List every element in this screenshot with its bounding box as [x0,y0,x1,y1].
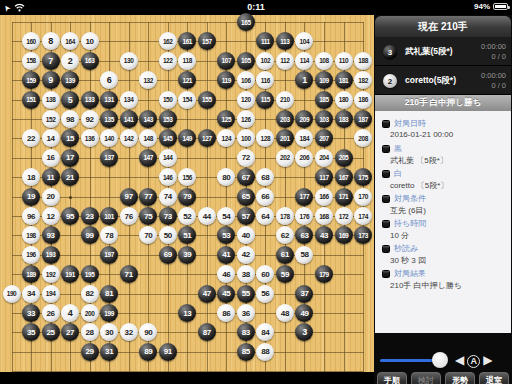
stone-black-135: 135 [100,110,118,128]
stone-white-104: 104 [295,32,313,50]
stone-white-62: 62 [276,226,294,244]
info-value: 30 秒 3 回 [375,255,511,267]
stone-black-157: 157 [198,32,216,50]
stone-white-16: 16 [42,149,60,167]
stone-white-44: 44 [198,207,216,225]
stone-black-197: 197 [100,246,118,264]
stone-black-101: 101 [100,207,118,225]
stone-black-205: 205 [335,149,353,167]
estimate-button[interactable]: 形勢 [445,372,475,384]
stone-white-38: 38 [237,265,255,283]
stone-black-69: 69 [159,246,177,264]
prev-move-button[interactable]: ◀ [455,352,464,368]
stone-white-112: 112 [276,52,294,70]
stone-white-36: 36 [237,304,255,322]
player-white-row: 2 coretto(5段*) 0:00:00 0 / 0 [375,66,511,95]
stone-black-67: 67 [237,168,255,186]
stone-white-90: 90 [139,323,157,341]
stone-black-21: 21 [61,168,79,186]
star-point [69,196,72,199]
status-bar: ➤ 0:11 94% [0,0,512,15]
stone-black-51: 51 [178,226,196,244]
stone-black-43: 43 [315,226,333,244]
stone-black-187: 187 [354,110,372,128]
go-board[interactable]: 1651608164101621611571111131041587216313… [0,15,374,372]
stone-white-200: 200 [81,304,99,322]
stone-white-70: 70 [139,226,157,244]
stone-black-63: 63 [295,226,313,244]
stone-white-164: 164 [61,32,79,50]
stone-white-196: 196 [22,246,40,264]
stone-black-87: 87 [198,323,216,341]
stone-white-88: 88 [256,343,274,361]
stone-white-210: 210 [276,91,294,109]
stone-black-177: 177 [295,188,313,206]
info-item-icon [382,170,390,178]
stone-white-150: 150 [159,91,177,109]
info-value: 210手 白中押し勝ち [375,280,511,292]
stone-black-193: 193 [42,246,60,264]
stone-white-148: 148 [139,129,157,147]
stone-white-146: 146 [159,168,177,186]
game-info-panel: 対局日時 2016-01-21 00:00 黒 武礼葉 〔5段*〕 白 core… [375,111,511,333]
stone-black-159: 159 [22,71,40,89]
info-value: coretto 〔5段*〕 [375,180,511,192]
stone-white-184: 184 [295,129,313,147]
stone-black-33: 33 [22,304,40,322]
stone-white-194: 194 [42,285,60,303]
info-label: 秒読み [394,243,418,254]
stone-black-147: 147 [139,149,157,167]
stone-white-40: 40 [237,226,255,244]
stone-black-95: 95 [61,207,79,225]
stone-black-49: 49 [295,304,313,322]
info-item-icon [382,195,390,203]
stone-black-153: 153 [159,110,177,128]
stone-white-170: 170 [354,188,372,206]
stone-black-203: 203 [276,110,294,128]
stone-white-50: 50 [159,226,177,244]
stone-white-172: 172 [335,207,353,225]
stone-white-160: 160 [22,32,40,50]
stone-black-11: 11 [42,168,60,186]
status-clock: 0:11 [0,2,512,12]
stone-black-145: 145 [159,129,177,147]
stone-black-207: 207 [315,129,333,147]
stone-white-72: 72 [237,149,255,167]
info-label: 黒 [394,143,402,154]
stone-black-15: 15 [61,129,79,147]
stone-black-175: 175 [354,168,372,186]
stone-white-128: 128 [256,129,274,147]
stone-white-92: 92 [81,110,99,128]
stone-black-65: 65 [237,188,255,206]
stone-white-60: 60 [256,265,274,283]
info-label: 白 [394,168,402,179]
stone-white-34: 34 [22,285,40,303]
stone-black-25: 25 [42,323,60,341]
info-value: 10 分 [375,230,511,242]
stone-black-97: 97 [120,188,138,206]
stone-black-7: 7 [42,52,60,70]
stone-white-158: 158 [22,52,40,70]
stone-black-143: 143 [139,110,157,128]
stone-black-113: 113 [276,32,294,50]
stone-white-180: 180 [335,91,353,109]
stone-black-171: 171 [335,188,353,206]
stone-white-122: 122 [159,52,177,70]
stone-white-182: 182 [354,71,372,89]
white-stone-badge: 2 [383,74,397,88]
stone-black-71: 71 [120,265,138,283]
stone-white-110: 110 [335,52,353,70]
stone-white-152: 152 [42,110,60,128]
stone-black-79: 79 [178,188,196,206]
stone-white-2: 2 [61,52,79,70]
info-label: 対局条件 [394,193,426,204]
player-black-row: 3 武礼葉(5段*) 0:00:00 0 / 0 [375,37,511,66]
leave-room-button[interactable]: 退室 [479,372,509,384]
stone-white-80: 80 [217,168,235,186]
info-value: 2016-01-21 00:00 [375,130,511,142]
info-value: 互先 (6目) [375,205,511,217]
stone-white-106: 106 [237,71,255,89]
stone-black-31: 31 [100,343,118,361]
review-button: 検討 [411,372,441,384]
stone-white-168: 168 [315,207,333,225]
stone-black-165: 165 [237,13,255,31]
stone-white-108: 108 [315,52,333,70]
stone-black-45: 45 [217,285,235,303]
stone-black-209: 209 [295,110,313,128]
stone-white-6: 6 [100,71,118,89]
stone-white-118: 118 [178,52,196,70]
stone-black-173: 173 [354,226,372,244]
stone-white-192: 192 [42,265,60,283]
stone-white-174: 174 [354,207,372,225]
stone-black-155: 155 [198,91,216,109]
stone-white-130: 130 [120,52,138,70]
info-value: 武礼葉 〔5段*〕 [375,155,511,167]
stone-black-9: 9 [42,71,60,89]
stone-black-1: 1 [295,71,313,89]
stone-black-81: 81 [100,285,118,303]
stone-white-132: 132 [139,71,157,89]
stone-white-32: 32 [120,323,138,341]
move-slider[interactable] [380,352,452,368]
stone-black-77: 77 [139,188,157,206]
stone-black-93: 93 [42,226,60,244]
stone-white-76: 76 [120,207,138,225]
stone-white-188: 188 [354,52,372,70]
info-item-icon [382,220,390,228]
stone-white-26: 26 [42,304,60,322]
stone-white-8: 8 [42,32,60,50]
player-panel: 3 武礼葉(5段*) 0:00:00 0 / 0 2 coretto(5段*) … [375,37,511,95]
stone-white-204: 204 [315,149,333,167]
stone-black-105: 105 [237,52,255,70]
stone-black-27: 27 [61,323,79,341]
stone-white-10: 10 [81,32,99,50]
stone-black-39: 39 [178,246,196,264]
black-player-name: 武礼葉(5段*) [405,46,453,58]
stone-white-66: 66 [256,188,274,206]
info-item-icon [382,145,390,153]
stone-white-4: 4 [61,304,79,322]
stone-white-120: 120 [237,91,255,109]
stone-black-121: 121 [178,71,196,89]
stone-black-5: 5 [61,91,79,109]
stone-black-167: 167 [335,168,353,186]
next-move-button[interactable]: ▶ [483,352,492,368]
stone-white-12: 12 [42,207,60,225]
stone-black-109: 109 [315,71,333,89]
stone-black-91: 91 [159,343,177,361]
grid-line-h [12,352,365,353]
stone-black-141: 141 [120,110,138,128]
bottom-button-bar: 手順 検討 形勢 退室 [374,372,512,384]
info-item-icon [382,270,390,278]
stone-white-102: 102 [256,52,274,70]
stone-white-46: 46 [217,265,235,283]
stone-black-107: 107 [217,52,235,70]
stone-black-131: 131 [100,91,118,109]
stone-white-98: 98 [61,110,79,128]
info-label: 対局日時 [394,118,426,129]
stone-white-142: 142 [120,129,138,147]
stone-white-176: 176 [295,207,313,225]
stone-white-14: 14 [42,129,60,147]
stone-black-17: 17 [61,149,79,167]
info-item-icon [382,245,390,253]
stone-white-22: 22 [22,129,40,147]
stone-black-85: 85 [237,343,255,361]
stone-white-154: 154 [178,91,196,109]
stone-white-86: 86 [217,304,235,322]
stone-black-185: 185 [315,91,333,109]
stone-white-134: 134 [120,91,138,109]
stone-white-166: 166 [315,188,333,206]
stone-black-103: 103 [315,110,333,128]
stone-black-139: 139 [61,71,79,89]
stone-black-199: 199 [100,304,118,322]
stone-white-124: 124 [217,129,235,147]
stone-black-61: 61 [276,246,294,264]
stone-black-151: 151 [22,91,40,109]
moves-button[interactable]: 手順 [377,372,407,384]
stone-black-149: 149 [178,129,196,147]
stone-white-100: 100 [237,129,255,147]
stone-white-144: 144 [159,149,177,167]
info-item-icon [382,120,390,128]
stone-white-186: 186 [354,91,372,109]
app-screen: ➤ 0:11 94% 16516081641016216115711111310… [0,0,512,384]
white-player-clock: 0:00:00 0 / 0 [481,71,506,91]
stone-black-59: 59 [276,265,294,283]
stone-black-161: 161 [178,32,196,50]
stone-black-13: 13 [178,304,196,322]
stone-white-42: 42 [237,246,255,264]
stone-black-127: 127 [198,129,216,147]
stone-black-137: 137 [100,149,118,167]
stone-black-163: 163 [81,52,99,70]
stone-black-75: 75 [139,207,157,225]
stone-black-119: 119 [217,71,235,89]
stone-white-74: 74 [159,188,177,206]
stone-black-53: 53 [217,226,235,244]
stone-black-189: 189 [22,265,40,283]
stone-black-29: 29 [81,343,99,361]
stone-white-28: 28 [81,323,99,341]
stone-black-55: 55 [237,285,255,303]
stone-white-20: 20 [42,188,60,206]
stone-black-181: 181 [335,71,353,89]
move-counter-header: 現在 210手 [375,16,511,37]
stone-white-64: 64 [256,207,274,225]
info-label: 持ち時間 [394,218,426,229]
auto-play-button[interactable]: A [467,352,480,368]
stone-white-68: 68 [256,168,274,186]
white-player-name: coretto(5段*) [405,75,456,87]
stone-white-138: 138 [42,91,60,109]
stone-black-183: 183 [335,110,353,128]
result-bar: 210手 白中押し勝ち [375,95,511,111]
stone-black-169: 169 [335,226,353,244]
stone-black-111: 111 [256,32,274,50]
stone-white-190: 190 [3,285,21,303]
stone-white-178: 178 [276,207,294,225]
board-bottom-strip [0,372,374,384]
stone-black-133: 133 [81,91,99,109]
stone-white-54: 54 [217,207,235,225]
stone-white-208: 208 [354,129,372,147]
stone-white-116: 116 [256,71,274,89]
stone-black-179: 179 [315,265,333,283]
stone-white-18: 18 [22,168,40,186]
stone-white-52: 52 [178,207,196,225]
stone-black-83: 83 [237,323,255,341]
stone-white-198: 198 [22,226,40,244]
stone-black-201: 201 [276,129,294,147]
stone-white-140: 140 [100,129,118,147]
stone-black-3: 3 [295,323,313,341]
stone-white-48: 48 [276,304,294,322]
sidebar: 現在 210手 3 武礼葉(5段*) 0:00:00 0 / 0 2 coret… [374,15,512,384]
stone-white-114: 114 [295,52,313,70]
stone-white-96: 96 [22,207,40,225]
stone-black-23: 23 [81,207,99,225]
stone-white-78: 78 [100,226,118,244]
stone-black-41: 41 [217,246,235,264]
stone-black-73: 73 [159,207,177,225]
stone-black-47: 47 [198,285,216,303]
info-label: 対局結果 [394,268,426,279]
stone-black-117: 117 [315,168,333,186]
stone-white-30: 30 [100,323,118,341]
stone-white-136: 136 [81,129,99,147]
stone-white-202: 202 [276,149,294,167]
stone-white-56: 56 [256,285,274,303]
stone-white-206: 206 [295,149,313,167]
stone-white-126: 126 [237,110,255,128]
stone-black-191: 191 [61,265,79,283]
battery-icon [493,3,508,10]
stone-black-195: 195 [81,265,99,283]
stone-white-162: 162 [159,32,177,50]
stone-black-89: 89 [139,343,157,361]
stone-black-37: 37 [295,285,313,303]
stone-black-19: 19 [22,188,40,206]
stone-black-35: 35 [22,323,40,341]
grid-line-h [12,22,365,23]
stone-black-99: 99 [81,226,99,244]
battery-percent: 94% [474,2,490,11]
stone-black-115: 115 [256,91,274,109]
stone-black-57: 57 [237,207,255,225]
stone-white-58: 58 [295,246,313,264]
stone-black-125: 125 [217,110,235,128]
stone-white-82: 82 [81,285,99,303]
stone-white-156: 156 [178,168,196,186]
stone-white-84: 84 [256,323,274,341]
black-stone-badge: 3 [383,45,397,59]
slider-knob[interactable] [432,352,448,368]
black-player-clock: 0:00:00 0 / 0 [481,42,506,62]
